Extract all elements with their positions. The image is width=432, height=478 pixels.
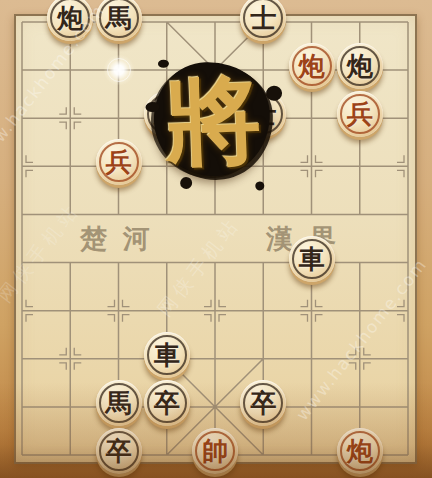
piece-glyph: 卒	[106, 438, 132, 464]
board-point: 馬	[94, 0, 142, 46]
board-point: 士	[239, 0, 287, 46]
piece-red-soldier[interactable]: 兵	[96, 139, 142, 185]
piece-glyph: 兵	[106, 149, 132, 175]
piece-black-chariot[interactable]: 車	[289, 236, 335, 282]
xiangqi-game-screen: 楚河 漢界 炮馬士炮炮將士兵兵車車馬卒卒卒帥炮 將 www.hackhome.c…	[0, 0, 432, 478]
piece-red-soldier[interactable]: 兵	[337, 91, 383, 137]
piece-black-cannon[interactable]: 炮	[47, 0, 93, 41]
board-point: 卒	[143, 383, 191, 431]
piece-black-soldier[interactable]: 卒	[144, 380, 190, 426]
piece-black-horse[interactable]: 馬	[96, 380, 142, 426]
piece-glyph: 卒	[250, 390, 276, 416]
piece-glyph: 馬	[106, 5, 132, 31]
piece-black-cannon[interactable]: 炮	[337, 43, 383, 89]
piece-black-chariot[interactable]: 車	[144, 332, 190, 378]
board-point: 帥	[191, 431, 239, 478]
piece-glyph: 馬	[106, 390, 132, 416]
check-stamp-glyph: 將	[146, 54, 280, 188]
piece-glyph: 兵	[347, 101, 373, 127]
piece-black-soldier[interactable]: 卒	[96, 428, 142, 474]
piece-black-soldier[interactable]: 卒	[240, 380, 286, 426]
board-point: 卒	[94, 431, 142, 478]
board-point: 兵	[336, 94, 384, 142]
board-point: 兵	[94, 142, 142, 190]
piece-glyph: 帥	[202, 438, 228, 464]
piece-glyph: 車	[299, 246, 325, 272]
piece-red-cannon[interactable]: 炮	[337, 428, 383, 474]
piece-glyph: 車	[154, 342, 180, 368]
piece-glyph: 士	[250, 5, 276, 31]
check-stamp: 將	[146, 54, 280, 188]
piece-glyph: 炮	[299, 53, 325, 79]
board-point: 車	[287, 239, 335, 287]
piece-glyph: 卒	[154, 390, 180, 416]
board-point: 炮	[46, 0, 94, 46]
board-point: 車	[143, 335, 191, 383]
board-point: 炮	[287, 46, 335, 94]
piece-red-general[interactable]: 帥	[192, 428, 238, 474]
board-point: 卒	[239, 383, 287, 431]
board-point: 炮	[336, 46, 384, 94]
piece-red-cannon[interactable]: 炮	[289, 43, 335, 89]
board-point: 馬	[94, 383, 142, 431]
piece-black-horse[interactable]: 馬	[96, 0, 142, 41]
piece-black-advisor[interactable]: 士	[240, 0, 286, 41]
piece-glyph: 炮	[347, 438, 373, 464]
board-point: 炮	[336, 431, 384, 478]
piece-glyph: 炮	[347, 53, 373, 79]
piece-glyph: 炮	[57, 5, 83, 31]
